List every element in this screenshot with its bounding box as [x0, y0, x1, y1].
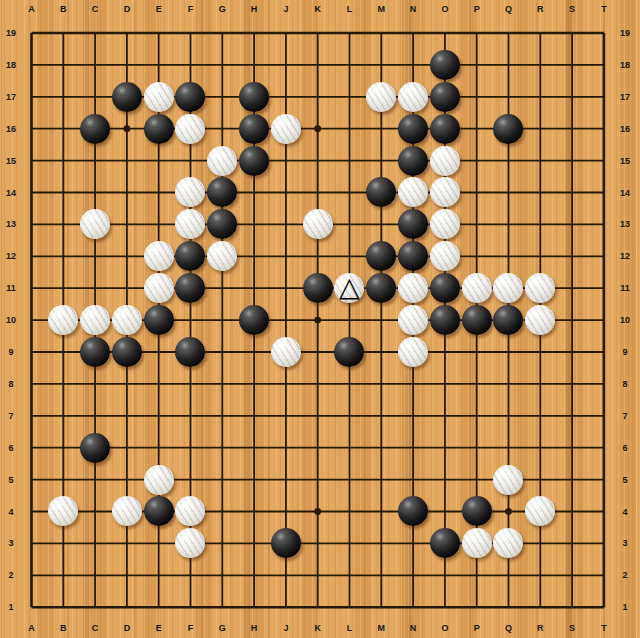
point-S3[interactable] [556, 527, 588, 559]
point-A6[interactable] [16, 432, 48, 464]
point-H3[interactable] [238, 527, 270, 559]
point-S7[interactable] [556, 400, 588, 432]
point-Q17[interactable] [493, 81, 525, 113]
point-O16[interactable] [429, 113, 461, 145]
point-N4[interactable] [397, 495, 429, 527]
point-J15[interactable] [270, 145, 302, 177]
point-D19[interactable] [111, 17, 143, 49]
point-L16[interactable] [334, 113, 366, 145]
point-J3[interactable] [270, 527, 302, 559]
point-O17[interactable] [429, 81, 461, 113]
point-P12[interactable] [461, 240, 493, 272]
point-D4[interactable] [111, 495, 143, 527]
point-N3[interactable] [397, 527, 429, 559]
point-T16[interactable] [588, 113, 620, 145]
point-Q13[interactable] [493, 208, 525, 240]
point-Q6[interactable] [493, 432, 525, 464]
point-R14[interactable] [524, 177, 556, 209]
point-M9[interactable] [365, 336, 397, 368]
point-L5[interactable] [334, 464, 366, 496]
point-S13[interactable] [556, 208, 588, 240]
point-B5[interactable] [47, 464, 79, 496]
point-M12[interactable] [365, 240, 397, 272]
point-D2[interactable] [111, 559, 143, 591]
point-D8[interactable] [111, 368, 143, 400]
point-A5[interactable] [16, 464, 48, 496]
point-E5[interactable] [143, 464, 175, 496]
point-Q1[interactable] [493, 591, 525, 623]
point-C7[interactable] [79, 400, 111, 432]
point-H6[interactable] [238, 432, 270, 464]
point-F7[interactable] [175, 400, 207, 432]
point-J8[interactable] [270, 368, 302, 400]
point-M6[interactable] [365, 432, 397, 464]
point-C1[interactable] [79, 591, 111, 623]
point-G12[interactable] [206, 240, 238, 272]
point-Q4[interactable] [493, 495, 525, 527]
point-P9[interactable] [461, 336, 493, 368]
point-A4[interactable] [16, 495, 48, 527]
point-O9[interactable] [429, 336, 461, 368]
point-G18[interactable] [206, 49, 238, 81]
point-N17[interactable] [397, 81, 429, 113]
point-T9[interactable] [588, 336, 620, 368]
point-B2[interactable] [47, 559, 79, 591]
point-H14[interactable] [238, 177, 270, 209]
point-R1[interactable] [524, 591, 556, 623]
point-B12[interactable] [47, 240, 79, 272]
point-L3[interactable] [334, 527, 366, 559]
point-G1[interactable] [206, 591, 238, 623]
point-R15[interactable] [524, 145, 556, 177]
point-P13[interactable] [461, 208, 493, 240]
point-R10[interactable] [524, 304, 556, 336]
point-F3[interactable] [175, 527, 207, 559]
point-J9[interactable] [270, 336, 302, 368]
point-R5[interactable] [524, 464, 556, 496]
point-A10[interactable] [16, 304, 48, 336]
point-G13[interactable] [206, 208, 238, 240]
point-F5[interactable] [175, 464, 207, 496]
point-P10[interactable] [461, 304, 493, 336]
point-O7[interactable] [429, 400, 461, 432]
point-M8[interactable] [365, 368, 397, 400]
point-K6[interactable] [302, 432, 334, 464]
point-N2[interactable] [397, 559, 429, 591]
point-A9[interactable] [16, 336, 48, 368]
point-G9[interactable] [206, 336, 238, 368]
point-A19[interactable] [16, 17, 48, 49]
point-C8[interactable] [79, 368, 111, 400]
point-G10[interactable] [206, 304, 238, 336]
point-G3[interactable] [206, 527, 238, 559]
point-Q5[interactable] [493, 464, 525, 496]
point-C18[interactable] [79, 49, 111, 81]
point-B11[interactable] [47, 272, 79, 304]
point-A15[interactable] [16, 145, 48, 177]
point-C2[interactable] [79, 559, 111, 591]
point-B8[interactable] [47, 368, 79, 400]
point-S1[interactable] [556, 591, 588, 623]
point-A2[interactable] [16, 559, 48, 591]
point-G5[interactable] [206, 464, 238, 496]
point-M11[interactable] [365, 272, 397, 304]
point-F6[interactable] [175, 432, 207, 464]
point-P17[interactable] [461, 81, 493, 113]
point-B13[interactable] [47, 208, 79, 240]
point-B10[interactable] [47, 304, 79, 336]
point-Q18[interactable] [493, 49, 525, 81]
point-K9[interactable] [302, 336, 334, 368]
point-C14[interactable] [79, 177, 111, 209]
point-M5[interactable] [365, 464, 397, 496]
point-L1[interactable] [334, 591, 366, 623]
point-T4[interactable] [588, 495, 620, 527]
point-T8[interactable] [588, 368, 620, 400]
point-L6[interactable] [334, 432, 366, 464]
point-F10[interactable] [175, 304, 207, 336]
point-K15[interactable] [302, 145, 334, 177]
point-M19[interactable] [365, 17, 397, 49]
point-E13[interactable] [143, 208, 175, 240]
point-H11[interactable] [238, 272, 270, 304]
point-H10[interactable] [238, 304, 270, 336]
point-K7[interactable] [302, 400, 334, 432]
point-D18[interactable] [111, 49, 143, 81]
point-Q12[interactable] [493, 240, 525, 272]
point-K13[interactable] [302, 208, 334, 240]
point-Q3[interactable] [493, 527, 525, 559]
point-L18[interactable] [334, 49, 366, 81]
point-L4[interactable] [334, 495, 366, 527]
point-Q10[interactable] [493, 304, 525, 336]
point-C13[interactable] [79, 208, 111, 240]
point-G6[interactable] [206, 432, 238, 464]
point-S8[interactable] [556, 368, 588, 400]
point-D13[interactable] [111, 208, 143, 240]
point-K17[interactable] [302, 81, 334, 113]
point-L13[interactable] [334, 208, 366, 240]
point-S18[interactable] [556, 49, 588, 81]
point-H16[interactable] [238, 113, 270, 145]
point-F8[interactable] [175, 368, 207, 400]
point-S19[interactable] [556, 17, 588, 49]
point-H18[interactable] [238, 49, 270, 81]
point-S9[interactable] [556, 336, 588, 368]
point-P7[interactable] [461, 400, 493, 432]
point-T7[interactable] [588, 400, 620, 432]
point-N11[interactable] [397, 272, 429, 304]
point-B1[interactable] [47, 591, 79, 623]
point-O5[interactable] [429, 464, 461, 496]
point-D14[interactable] [111, 177, 143, 209]
point-R11[interactable] [524, 272, 556, 304]
point-O2[interactable] [429, 559, 461, 591]
point-E15[interactable] [143, 145, 175, 177]
point-K16[interactable] [302, 113, 334, 145]
point-E4[interactable] [143, 495, 175, 527]
point-P18[interactable] [461, 49, 493, 81]
point-A11[interactable] [16, 272, 48, 304]
point-P5[interactable] [461, 464, 493, 496]
point-F9[interactable] [175, 336, 207, 368]
point-B19[interactable] [47, 17, 79, 49]
point-F17[interactable] [175, 81, 207, 113]
point-H1[interactable] [238, 591, 270, 623]
point-F1[interactable] [175, 591, 207, 623]
point-T1[interactable] [588, 591, 620, 623]
point-M13[interactable] [365, 208, 397, 240]
point-D12[interactable] [111, 240, 143, 272]
point-N16[interactable] [397, 113, 429, 145]
point-Q15[interactable] [493, 145, 525, 177]
point-A1[interactable] [16, 591, 48, 623]
point-G8[interactable] [206, 368, 238, 400]
point-D6[interactable] [111, 432, 143, 464]
point-P16[interactable] [461, 113, 493, 145]
point-R16[interactable] [524, 113, 556, 145]
point-S2[interactable] [556, 559, 588, 591]
point-N9[interactable] [397, 336, 429, 368]
point-S15[interactable] [556, 145, 588, 177]
point-E18[interactable] [143, 49, 175, 81]
point-N10[interactable] [397, 304, 429, 336]
point-S12[interactable] [556, 240, 588, 272]
point-B16[interactable] [47, 113, 79, 145]
point-D15[interactable] [111, 145, 143, 177]
point-D7[interactable] [111, 400, 143, 432]
point-L17[interactable] [334, 81, 366, 113]
point-L9[interactable] [334, 336, 366, 368]
point-R19[interactable] [524, 17, 556, 49]
point-D5[interactable] [111, 464, 143, 496]
point-O3[interactable] [429, 527, 461, 559]
point-J11[interactable] [270, 272, 302, 304]
point-M1[interactable] [365, 591, 397, 623]
point-J19[interactable] [270, 17, 302, 49]
point-C11[interactable] [79, 272, 111, 304]
point-B3[interactable] [47, 527, 79, 559]
point-P14[interactable] [461, 177, 493, 209]
point-S5[interactable] [556, 464, 588, 496]
point-R12[interactable] [524, 240, 556, 272]
point-J7[interactable] [270, 400, 302, 432]
point-E19[interactable] [143, 17, 175, 49]
point-S16[interactable] [556, 113, 588, 145]
point-H7[interactable] [238, 400, 270, 432]
point-P8[interactable] [461, 368, 493, 400]
point-F19[interactable] [175, 17, 207, 49]
point-N8[interactable] [397, 368, 429, 400]
point-J13[interactable] [270, 208, 302, 240]
point-M18[interactable] [365, 49, 397, 81]
point-Q19[interactable] [493, 17, 525, 49]
point-J1[interactable] [270, 591, 302, 623]
point-J17[interactable] [270, 81, 302, 113]
point-D10[interactable] [111, 304, 143, 336]
point-J4[interactable] [270, 495, 302, 527]
point-C16[interactable] [79, 113, 111, 145]
point-J14[interactable] [270, 177, 302, 209]
point-L11[interactable]: △ [334, 272, 366, 304]
point-Q7[interactable] [493, 400, 525, 432]
point-T5[interactable] [588, 464, 620, 496]
point-O4[interactable] [429, 495, 461, 527]
point-Q14[interactable] [493, 177, 525, 209]
point-G2[interactable] [206, 559, 238, 591]
point-O12[interactable] [429, 240, 461, 272]
point-E10[interactable] [143, 304, 175, 336]
point-J2[interactable] [270, 559, 302, 591]
point-H15[interactable] [238, 145, 270, 177]
point-L2[interactable] [334, 559, 366, 591]
point-D1[interactable] [111, 591, 143, 623]
point-O11[interactable] [429, 272, 461, 304]
point-L10[interactable] [334, 304, 366, 336]
point-T14[interactable] [588, 177, 620, 209]
point-G14[interactable] [206, 177, 238, 209]
point-G19[interactable] [206, 17, 238, 49]
point-H5[interactable] [238, 464, 270, 496]
point-H12[interactable] [238, 240, 270, 272]
point-D11[interactable] [111, 272, 143, 304]
point-T11[interactable] [588, 272, 620, 304]
point-C4[interactable] [79, 495, 111, 527]
point-T17[interactable] [588, 81, 620, 113]
point-F16[interactable] [175, 113, 207, 145]
point-K1[interactable] [302, 591, 334, 623]
point-E9[interactable] [143, 336, 175, 368]
point-P1[interactable] [461, 591, 493, 623]
point-P11[interactable] [461, 272, 493, 304]
point-L19[interactable] [334, 17, 366, 49]
point-S11[interactable] [556, 272, 588, 304]
point-F11[interactable] [175, 272, 207, 304]
point-C12[interactable] [79, 240, 111, 272]
point-N7[interactable] [397, 400, 429, 432]
point-K5[interactable] [302, 464, 334, 496]
point-O8[interactable] [429, 368, 461, 400]
point-D17[interactable] [111, 81, 143, 113]
point-H4[interactable] [238, 495, 270, 527]
point-E17[interactable] [143, 81, 175, 113]
point-B15[interactable] [47, 145, 79, 177]
point-G15[interactable] [206, 145, 238, 177]
point-G17[interactable] [206, 81, 238, 113]
point-M4[interactable] [365, 495, 397, 527]
point-G11[interactable] [206, 272, 238, 304]
point-N18[interactable] [397, 49, 429, 81]
point-T6[interactable] [588, 432, 620, 464]
point-N6[interactable] [397, 432, 429, 464]
point-C15[interactable] [79, 145, 111, 177]
point-M14[interactable] [365, 177, 397, 209]
point-L12[interactable] [334, 240, 366, 272]
point-H8[interactable] [238, 368, 270, 400]
point-D9[interactable] [111, 336, 143, 368]
point-H19[interactable] [238, 17, 270, 49]
point-O15[interactable] [429, 145, 461, 177]
point-L14[interactable] [334, 177, 366, 209]
point-K2[interactable] [302, 559, 334, 591]
point-R3[interactable] [524, 527, 556, 559]
point-B4[interactable] [47, 495, 79, 527]
point-H9[interactable] [238, 336, 270, 368]
point-L7[interactable] [334, 400, 366, 432]
point-L8[interactable] [334, 368, 366, 400]
point-A3[interactable] [16, 527, 48, 559]
point-F4[interactable] [175, 495, 207, 527]
point-R7[interactable] [524, 400, 556, 432]
point-H17[interactable] [238, 81, 270, 113]
point-E3[interactable] [143, 527, 175, 559]
point-F15[interactable] [175, 145, 207, 177]
point-N14[interactable] [397, 177, 429, 209]
point-E6[interactable] [143, 432, 175, 464]
point-T19[interactable] [588, 17, 620, 49]
point-E11[interactable] [143, 272, 175, 304]
point-R2[interactable] [524, 559, 556, 591]
point-M7[interactable] [365, 400, 397, 432]
point-T15[interactable] [588, 145, 620, 177]
point-J16[interactable] [270, 113, 302, 145]
point-K14[interactable] [302, 177, 334, 209]
point-L15[interactable] [334, 145, 366, 177]
point-E8[interactable] [143, 368, 175, 400]
point-A14[interactable] [16, 177, 48, 209]
point-K11[interactable] [302, 272, 334, 304]
point-S10[interactable] [556, 304, 588, 336]
point-R18[interactable] [524, 49, 556, 81]
point-N5[interactable] [397, 464, 429, 496]
point-A7[interactable] [16, 400, 48, 432]
point-T3[interactable] [588, 527, 620, 559]
point-A13[interactable] [16, 208, 48, 240]
point-P2[interactable] [461, 559, 493, 591]
point-N15[interactable] [397, 145, 429, 177]
point-P6[interactable] [461, 432, 493, 464]
point-A16[interactable] [16, 113, 48, 145]
point-R8[interactable] [524, 368, 556, 400]
point-K3[interactable] [302, 527, 334, 559]
point-B18[interactable] [47, 49, 79, 81]
point-J6[interactable] [270, 432, 302, 464]
point-F18[interactable] [175, 49, 207, 81]
point-M10[interactable] [365, 304, 397, 336]
point-G4[interactable] [206, 495, 238, 527]
point-D16[interactable] [111, 113, 143, 145]
point-M17[interactable] [365, 81, 397, 113]
point-A17[interactable] [16, 81, 48, 113]
point-F2[interactable] [175, 559, 207, 591]
point-R9[interactable] [524, 336, 556, 368]
point-N13[interactable] [397, 208, 429, 240]
point-F12[interactable] [175, 240, 207, 272]
point-E16[interactable] [143, 113, 175, 145]
point-P19[interactable] [461, 17, 493, 49]
point-Q8[interactable] [493, 368, 525, 400]
point-S6[interactable] [556, 432, 588, 464]
point-D3[interactable] [111, 527, 143, 559]
point-R13[interactable] [524, 208, 556, 240]
point-A12[interactable] [16, 240, 48, 272]
point-B7[interactable] [47, 400, 79, 432]
point-Q2[interactable] [493, 559, 525, 591]
point-J10[interactable] [270, 304, 302, 336]
point-J12[interactable] [270, 240, 302, 272]
point-R4[interactable] [524, 495, 556, 527]
point-K18[interactable] [302, 49, 334, 81]
